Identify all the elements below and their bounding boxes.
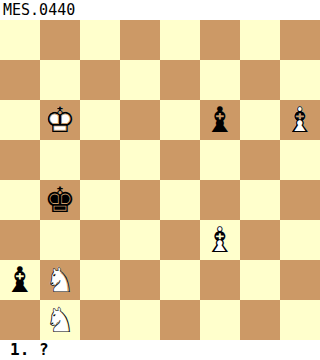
black-bishop-glyph: ♝ <box>200 100 240 140</box>
square-c1[interactable] <box>80 300 120 340</box>
white-knight-outline-layer: ♘ <box>40 260 80 300</box>
square-b5[interactable] <box>40 140 80 180</box>
square-e3[interactable] <box>160 220 200 260</box>
white-knight-outline-layer: ♘ <box>40 300 80 340</box>
square-e6[interactable] <box>160 100 200 140</box>
black-bishop-f6[interactable]: ♝ <box>200 100 240 140</box>
white-knight-b2[interactable]: ♞♘ <box>40 260 80 300</box>
move-prompt: 1. ? <box>0 340 320 360</box>
square-g8[interactable] <box>240 20 280 60</box>
square-d6[interactable] <box>120 100 160 140</box>
square-b6[interactable]: ♚♔ <box>40 100 80 140</box>
square-f8[interactable] <box>200 20 240 60</box>
square-g6[interactable] <box>240 100 280 140</box>
square-h4[interactable] <box>280 180 320 220</box>
diagram-title: MES.0440 <box>0 0 320 20</box>
square-d1[interactable] <box>120 300 160 340</box>
square-c5[interactable] <box>80 140 120 180</box>
chess-board: ♚♔♝♝♗♚♝♗♝♞♘♞♘ <box>0 20 320 340</box>
square-a1[interactable] <box>0 300 40 340</box>
square-h8[interactable] <box>280 20 320 60</box>
square-f6[interactable]: ♝ <box>200 100 240 140</box>
white-bishop-h6[interactable]: ♝♗ <box>280 100 320 140</box>
square-g4[interactable] <box>240 180 280 220</box>
square-h3[interactable] <box>280 220 320 260</box>
square-b4[interactable]: ♚ <box>40 180 80 220</box>
square-c6[interactable] <box>80 100 120 140</box>
square-g5[interactable] <box>240 140 280 180</box>
square-f5[interactable] <box>200 140 240 180</box>
square-a7[interactable] <box>0 60 40 100</box>
square-h7[interactable] <box>280 60 320 100</box>
square-a6[interactable] <box>0 100 40 140</box>
square-d3[interactable] <box>120 220 160 260</box>
square-f1[interactable] <box>200 300 240 340</box>
square-c8[interactable] <box>80 20 120 60</box>
white-king-b6[interactable]: ♚♔ <box>40 100 80 140</box>
square-b3[interactable] <box>40 220 80 260</box>
square-e4[interactable] <box>160 180 200 220</box>
square-e1[interactable] <box>160 300 200 340</box>
square-b8[interactable] <box>40 20 80 60</box>
square-d7[interactable] <box>120 60 160 100</box>
square-c2[interactable] <box>80 260 120 300</box>
square-f2[interactable] <box>200 260 240 300</box>
square-d8[interactable] <box>120 20 160 60</box>
square-e8[interactable] <box>160 20 200 60</box>
square-b2[interactable]: ♞♘ <box>40 260 80 300</box>
chess-diagram-page: MES.0440 ♚♔♝♝♗♚♝♗♝♞♘♞♘ 1. ? <box>0 0 320 360</box>
white-knight-b1[interactable]: ♞♘ <box>40 300 80 340</box>
square-g1[interactable] <box>240 300 280 340</box>
square-d4[interactable] <box>120 180 160 220</box>
square-a3[interactable] <box>0 220 40 260</box>
black-bishop-a2[interactable]: ♝ <box>0 260 40 300</box>
square-e5[interactable] <box>160 140 200 180</box>
square-a8[interactable] <box>0 20 40 60</box>
square-d5[interactable] <box>120 140 160 180</box>
black-king-glyph: ♚ <box>40 180 80 220</box>
white-bishop-outline-layer: ♗ <box>200 220 240 260</box>
square-e2[interactable] <box>160 260 200 300</box>
white-bishop-outline-layer: ♗ <box>280 100 320 140</box>
square-b1[interactable]: ♞♘ <box>40 300 80 340</box>
black-bishop-glyph: ♝ <box>0 260 40 300</box>
square-c7[interactable] <box>80 60 120 100</box>
square-a5[interactable] <box>0 140 40 180</box>
square-a2[interactable]: ♝ <box>0 260 40 300</box>
square-g2[interactable] <box>240 260 280 300</box>
square-a4[interactable] <box>0 180 40 220</box>
square-f4[interactable] <box>200 180 240 220</box>
square-g3[interactable] <box>240 220 280 260</box>
white-king-outline-layer: ♔ <box>40 100 80 140</box>
square-f7[interactable] <box>200 60 240 100</box>
square-h1[interactable] <box>280 300 320 340</box>
square-g7[interactable] <box>240 60 280 100</box>
square-h5[interactable] <box>280 140 320 180</box>
square-h2[interactable] <box>280 260 320 300</box>
square-f3[interactable]: ♝♗ <box>200 220 240 260</box>
square-d2[interactable] <box>120 260 160 300</box>
square-b7[interactable] <box>40 60 80 100</box>
square-h6[interactable]: ♝♗ <box>280 100 320 140</box>
black-king-b4[interactable]: ♚ <box>40 180 80 220</box>
white-bishop-f3[interactable]: ♝♗ <box>200 220 240 260</box>
square-e7[interactable] <box>160 60 200 100</box>
square-c3[interactable] <box>80 220 120 260</box>
square-c4[interactable] <box>80 180 120 220</box>
